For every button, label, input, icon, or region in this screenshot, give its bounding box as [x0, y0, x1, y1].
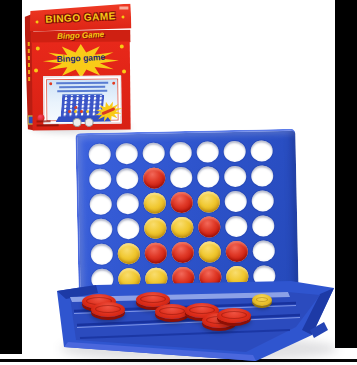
board-cell-empty: [225, 216, 247, 237]
board-cell-occupied: [143, 192, 165, 213]
decor-dot: [112, 82, 115, 85]
board-cell-empty: [169, 142, 191, 163]
board-cell-empty: [224, 191, 246, 212]
box-lid: BINGO GAME: [29, 3, 131, 31]
board-cell-empty: [90, 244, 112, 265]
decor-dot: [122, 70, 126, 74]
mini-disc-red: [74, 106, 77, 109]
board-cell-empty: [224, 166, 246, 187]
board-cell-empty: [251, 190, 273, 211]
tray-disc-red: [91, 302, 125, 317]
board-cell-empty: [142, 142, 164, 163]
decor-dot: [49, 82, 52, 85]
board-cell-empty: [89, 169, 111, 190]
board-cell-occupied: [225, 241, 247, 262]
mini-disc-red: [68, 110, 71, 113]
board-cell-occupied: [198, 216, 220, 237]
product-box: BINGO GAME Bingo Game Bingo game: [24, 3, 132, 130]
disc-red: [198, 216, 220, 237]
box-spine-text-art: [28, 42, 30, 82]
board-cell-empty: [116, 168, 138, 189]
disc-red: [170, 192, 192, 213]
decor-dot: [36, 20, 39, 23]
decor-dot: [120, 45, 124, 49]
decor-dot: [36, 46, 40, 50]
decor-dot: [34, 68, 38, 72]
board-cell-empty: [250, 140, 272, 161]
box-lid-subtitle: Bingo Game: [31, 29, 131, 42]
board-cell-empty: [196, 141, 218, 162]
board-cell-empty: [252, 240, 274, 261]
box-sticker-text-art: [101, 107, 115, 115]
board-grid: [85, 138, 277, 292]
disc-yellow: [198, 241, 220, 262]
board-cell-occupied: [117, 243, 139, 264]
box-art-mini-board: [61, 95, 105, 117]
disc-yellow: [197, 191, 219, 212]
box-front-panel: Bingo game: [32, 41, 131, 130]
board-cell-empty: [88, 144, 110, 165]
box-lid-title: BINGO GAME: [29, 9, 131, 25]
disc-yellow: [144, 217, 166, 238]
cert-mark-icon: [85, 118, 94, 127]
board-cell-occupied: [144, 217, 166, 238]
tray-disc-red: [155, 304, 189, 319]
board-cell-empty: [117, 218, 139, 239]
box-art-text-line: [56, 82, 108, 85]
board-cell-empty: [223, 141, 245, 162]
base-tray: [48, 278, 338, 364]
board-cell-empty: [89, 194, 111, 215]
disc-red: [225, 241, 247, 262]
tray-shape: [48, 278, 338, 364]
decor-dot: [121, 16, 124, 19]
board-cell-occupied: [171, 217, 193, 238]
letterbox-left-bar: [0, 0, 22, 354]
board-cell-occupied: [143, 167, 165, 188]
disc-red: [171, 242, 193, 263]
tray-disc-red: [217, 308, 251, 323]
board-cell-occupied: [171, 242, 193, 263]
board-cell-occupied: [144, 242, 166, 263]
disc-yellow: [117, 243, 139, 264]
letterbox-right-bar: [335, 0, 357, 348]
box-fine-print-art: [37, 120, 51, 122]
connect-four-wall: [75, 129, 298, 300]
disc-yellow: [171, 217, 193, 238]
mini-disc-yellow: [74, 110, 77, 113]
box-fine-print-art: [37, 124, 59, 126]
board-cell-empty: [197, 166, 219, 187]
disc-red: [143, 167, 165, 188]
disc-red: [144, 242, 166, 263]
board-cell-occupied: [197, 191, 219, 212]
box-art-text-line: [59, 86, 105, 88]
board-cell-occupied: [170, 192, 192, 213]
tray-disc-yellow: [252, 294, 272, 306]
board-cell-empty: [252, 215, 274, 236]
box-item-number-art: [119, 6, 128, 9]
recycle-icon: [73, 118, 82, 127]
board-cell-empty: [116, 193, 138, 214]
disc-yellow: [143, 192, 165, 213]
product-photo-scene: BINGO GAME Bingo Game Bingo game: [0, 0, 357, 365]
board-cell-empty: [251, 165, 273, 186]
board-cell-occupied: [198, 241, 220, 262]
board-cell-empty: [170, 167, 192, 188]
board-cell-empty: [115, 143, 137, 164]
box-art-text-line: [57, 90, 107, 93]
mini-disc-red: [80, 110, 83, 113]
mini-disc-yellow: [86, 110, 89, 113]
board-cell-empty: [90, 219, 112, 240]
